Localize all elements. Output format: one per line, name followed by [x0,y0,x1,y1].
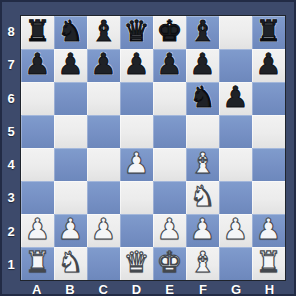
piece-white-queen-d1[interactable]: ♛ [124,248,150,277]
square-b7[interactable]: ♟ [54,49,87,82]
square-e2[interactable]: ♟ [153,214,186,247]
square-c7[interactable]: ♟ [87,49,120,82]
piece-black-knight-f6[interactable]: ♞ [190,83,216,112]
file-label-h: H [253,282,286,296]
square-b3[interactable] [54,181,87,214]
square-c2[interactable]: ♟ [87,214,120,247]
square-a5[interactable] [21,115,54,148]
square-g3[interactable] [219,181,252,214]
file-label-e: E [153,282,186,296]
square-e6[interactable] [153,82,186,115]
square-a7[interactable]: ♟ [21,49,54,82]
square-b2[interactable]: ♟ [54,214,87,247]
chessboard-widget: 87654321 ♜♞♝♛♚♝♜♟♟♟♟♟♟♟♞♟♟♝♞♟♟♟♟♟♟♟♜♞♛♚♝… [0,0,296,296]
piece-black-rook-h8[interactable]: ♜ [256,17,282,46]
square-d5[interactable] [120,115,153,148]
piece-black-pawn-g6[interactable]: ♟ [223,83,249,112]
square-f5[interactable] [186,115,219,148]
piece-white-pawn-g2[interactable]: ♟ [223,215,249,244]
rank-label-8: 8 [2,15,20,48]
square-e1[interactable]: ♚ [153,247,186,280]
square-b1[interactable]: ♞ [54,247,87,280]
square-g6[interactable]: ♟ [219,82,252,115]
rank-label-3: 3 [2,181,20,214]
piece-black-pawn-c7[interactable]: ♟ [91,50,117,79]
square-c3[interactable] [87,181,120,214]
square-d1[interactable]: ♛ [120,247,153,280]
piece-white-pawn-h2[interactable]: ♟ [256,215,282,244]
square-a1[interactable]: ♜ [21,247,54,280]
rank-label-2: 2 [2,215,20,248]
piece-black-pawn-a7[interactable]: ♟ [25,50,51,79]
rank-label-4: 4 [2,148,20,181]
square-d7[interactable]: ♟ [120,49,153,82]
rank-label-6: 6 [2,82,20,115]
piece-white-knight-b1[interactable]: ♞ [58,248,84,277]
square-d3[interactable] [120,181,153,214]
rank-label-5: 5 [2,115,20,148]
rank-label-1: 1 [2,248,20,281]
piece-white-pawn-d4[interactable]: ♟ [124,149,150,178]
piece-white-pawn-f2[interactable]: ♟ [190,215,216,244]
square-d4[interactable]: ♟ [120,148,153,181]
square-c1[interactable] [87,247,120,280]
square-g1[interactable] [219,247,252,280]
square-c8[interactable]: ♝ [87,16,120,49]
piece-black-bishop-f8[interactable]: ♝ [190,17,216,46]
piece-black-pawn-h7[interactable]: ♟ [256,50,282,79]
square-g8[interactable] [219,16,252,49]
square-g5[interactable] [219,115,252,148]
square-h5[interactable] [252,115,285,148]
square-a2[interactable]: ♟ [21,214,54,247]
square-a3[interactable] [21,181,54,214]
piece-white-rook-a1[interactable]: ♜ [25,248,51,277]
piece-black-queen-d8[interactable]: ♛ [124,17,150,46]
square-b6[interactable] [54,82,87,115]
file-label-d: D [120,282,153,296]
square-b4[interactable] [54,148,87,181]
square-h4[interactable] [252,148,285,181]
piece-black-bishop-c8[interactable]: ♝ [91,17,117,46]
square-f4[interactable]: ♝ [186,148,219,181]
square-g4[interactable] [219,148,252,181]
square-f8[interactable]: ♝ [186,16,219,49]
square-e4[interactable] [153,148,186,181]
square-d8[interactable]: ♛ [120,16,153,49]
board: ♜♞♝♛♚♝♜♟♟♟♟♟♟♟♞♟♟♝♞♟♟♟♟♟♟♟♜♞♛♚♝♜ [20,15,286,281]
piece-black-pawn-f7[interactable]: ♟ [190,50,216,79]
file-label-a: A [20,282,53,296]
square-e8[interactable]: ♚ [153,16,186,49]
square-h8[interactable]: ♜ [252,16,285,49]
file-label-c: C [87,282,120,296]
piece-white-pawn-e2[interactable]: ♟ [157,215,183,244]
piece-black-knight-b8[interactable]: ♞ [58,17,84,46]
piece-white-pawn-a2[interactable]: ♟ [25,215,51,244]
file-label-f: F [186,282,219,296]
square-b5[interactable] [54,115,87,148]
file-labels: ABCDEFGH [20,282,286,296]
square-c4[interactable] [87,148,120,181]
file-label-b: B [53,282,86,296]
square-h7[interactable]: ♟ [252,49,285,82]
square-f7[interactable]: ♟ [186,49,219,82]
square-e5[interactable] [153,115,186,148]
square-c5[interactable] [87,115,120,148]
square-b8[interactable]: ♞ [54,16,87,49]
rank-label-7: 7 [2,48,20,81]
square-f1[interactable]: ♝ [186,247,219,280]
square-g2[interactable]: ♟ [219,214,252,247]
piece-black-rook-a8[interactable]: ♜ [25,17,51,46]
square-a6[interactable] [21,82,54,115]
rank-labels: 87654321 [2,15,20,281]
piece-white-pawn-c2[interactable]: ♟ [91,215,117,244]
piece-black-pawn-d7[interactable]: ♟ [124,50,150,79]
square-h6[interactable] [252,82,285,115]
square-e7[interactable]: ♟ [153,49,186,82]
square-d6[interactable] [120,82,153,115]
piece-white-king-e1[interactable]: ♚ [157,248,183,277]
square-h1[interactable]: ♜ [252,247,285,280]
square-h2[interactable]: ♟ [252,214,285,247]
square-f3[interactable]: ♞ [186,181,219,214]
square-a8[interactable]: ♜ [21,16,54,49]
square-a4[interactable] [21,148,54,181]
piece-white-bishop-f4[interactable]: ♝ [190,149,216,178]
square-f6[interactable]: ♞ [186,82,219,115]
piece-black-pawn-b7[interactable]: ♟ [58,50,84,79]
square-h3[interactable] [252,181,285,214]
square-d2[interactable] [120,214,153,247]
piece-black-king-e8[interactable]: ♚ [157,17,183,46]
piece-white-pawn-b2[interactable]: ♟ [58,215,84,244]
square-e3[interactable] [153,181,186,214]
piece-white-knight-f3[interactable]: ♞ [190,182,216,211]
square-g7[interactable] [219,49,252,82]
piece-black-pawn-e7[interactable]: ♟ [157,50,183,79]
square-f2[interactable]: ♟ [186,214,219,247]
piece-white-rook-h1[interactable]: ♜ [256,248,282,277]
piece-white-bishop-f1[interactable]: ♝ [190,248,216,277]
file-label-g: G [220,282,253,296]
square-c6[interactable] [87,82,120,115]
